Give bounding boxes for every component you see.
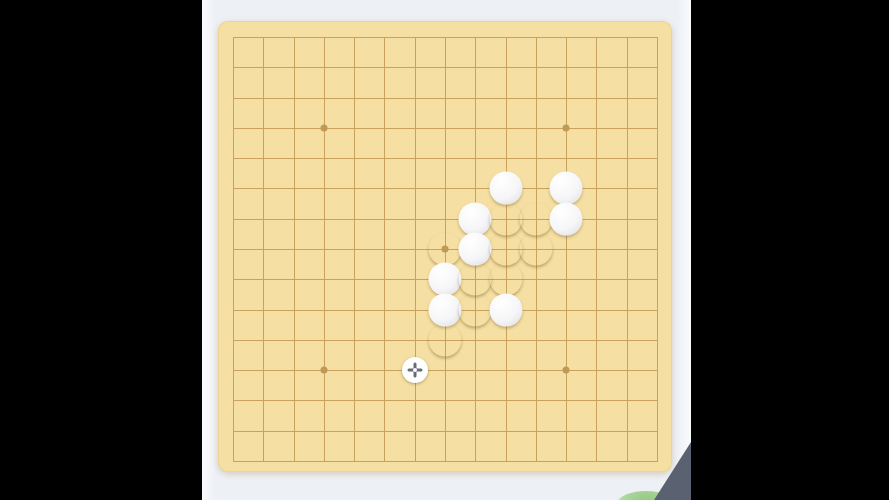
black-stone — [520, 203, 553, 236]
black-stone — [459, 263, 492, 296]
grid-line — [233, 400, 658, 401]
grid-line — [233, 461, 658, 462]
white-stone — [490, 172, 523, 205]
grid-line — [657, 37, 658, 462]
black-stone — [490, 233, 523, 266]
grid-line — [233, 431, 658, 432]
game-stage — [202, 0, 691, 500]
star-point — [321, 367, 328, 374]
grid-line — [596, 37, 597, 462]
star-point — [321, 125, 328, 132]
white-stone — [459, 233, 492, 266]
star-point — [563, 125, 570, 132]
grid-line — [566, 37, 567, 462]
white-stone — [550, 172, 583, 205]
board-grid[interactable] — [233, 37, 658, 462]
white-stone — [429, 294, 462, 327]
grid-line — [627, 37, 628, 462]
letterbox-left — [0, 0, 202, 500]
black-stone — [429, 324, 462, 357]
star-point — [563, 367, 570, 374]
grid-line — [233, 370, 658, 371]
placement-cursor[interactable] — [402, 357, 428, 383]
white-stone — [459, 203, 492, 236]
letterbox-right — [691, 0, 889, 500]
white-stone — [490, 294, 523, 327]
white-stone — [429, 263, 462, 296]
app-viewport — [0, 0, 889, 500]
black-stone — [490, 203, 523, 236]
black-stone — [520, 233, 553, 266]
white-stone — [550, 203, 583, 236]
gomoku-board[interactable] — [218, 21, 672, 472]
black-stone — [459, 294, 492, 327]
black-stone — [429, 233, 462, 266]
crosshair-icon — [413, 368, 417, 372]
black-stone — [490, 263, 523, 296]
